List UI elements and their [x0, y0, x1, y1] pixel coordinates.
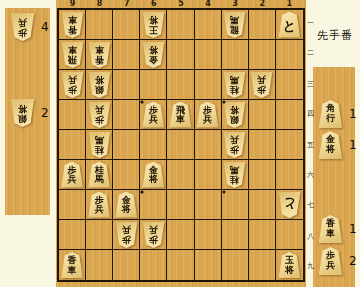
rank-label: 八	[307, 232, 314, 240]
cell-6b[interactable]: 金将	[140, 40, 167, 70]
cell-5b[interactable]	[167, 40, 194, 70]
cell-2i[interactable]	[249, 250, 276, 280]
piece-kanji: 王将	[149, 15, 158, 34]
cell-3a[interactable]: 龍馬	[222, 10, 249, 40]
piece-fu[interactable]: 歩兵	[88, 102, 111, 128]
piece-kanji: 桂馬	[95, 135, 104, 154]
file-label: 7	[124, 0, 130, 8]
piece-kei[interactable]: 桂馬	[88, 162, 111, 188]
piece-kanji: 香車	[68, 15, 77, 34]
rank-label: 七	[307, 201, 314, 209]
captured-count: 1	[349, 139, 357, 151]
piece-kei[interactable]: 桂馬	[223, 162, 246, 188]
piece-kin[interactable]: 金将	[142, 42, 165, 68]
piece-kin[interactable]: 金将	[115, 192, 138, 218]
cell-7i[interactable]	[113, 250, 140, 280]
piece-kin[interactable]: 金将	[142, 162, 165, 188]
piece-fu[interactable]: 歩兵	[318, 247, 343, 275]
cell-3g[interactable]	[222, 190, 249, 220]
rank-label: 一	[307, 19, 314, 27]
piece-fu[interactable]: 歩兵	[61, 162, 84, 188]
cell-3h[interactable]	[222, 220, 249, 250]
piece-fu[interactable]: 歩兵	[142, 222, 165, 248]
piece-fu[interactable]: 歩兵	[223, 132, 246, 158]
cell-9g[interactable]	[59, 190, 86, 220]
cell-1d[interactable]	[276, 100, 303, 130]
cell-8c[interactable]: 銀将	[86, 70, 113, 100]
cell-8d[interactable]: 歩兵	[86, 100, 113, 130]
piece-fu[interactable]: 歩兵	[250, 72, 273, 98]
cell-4g[interactable]	[195, 190, 222, 220]
cell-8h[interactable]	[86, 220, 113, 250]
cell-9d[interactable]	[59, 100, 86, 130]
piece-kanji: 飛車	[68, 45, 77, 64]
file-label: 2	[259, 0, 265, 8]
piece-kanji: 歩兵	[203, 106, 212, 125]
piece-kei[interactable]: 桂馬	[223, 72, 246, 98]
piece-kanji: 歩兵	[95, 105, 104, 124]
piece-gin[interactable]: 銀将	[88, 72, 111, 98]
cell-5c[interactable]	[167, 70, 194, 100]
piece-gin[interactable]: 銀将	[223, 102, 246, 128]
piece-kaku[interactable]: 角行	[318, 100, 343, 128]
cell-2c[interactable]: 歩兵	[249, 70, 276, 100]
cell-6a[interactable]: 王将	[140, 10, 167, 40]
cell-6f[interactable]: 金将	[140, 160, 167, 190]
cell-1g[interactable]: と	[276, 190, 303, 220]
cell-7b[interactable]	[113, 40, 140, 70]
cell-3d[interactable]: 銀将	[222, 100, 249, 130]
star-point	[222, 101, 225, 104]
cell-5d[interactable]: 飛車	[167, 100, 194, 130]
cell-7c[interactable]	[113, 70, 140, 100]
cell-3e[interactable]: 歩兵	[222, 130, 249, 160]
cell-9h[interactable]	[59, 220, 86, 250]
board-area: 987654321 香車王将龍馬と飛車香車金将歩兵銀将桂馬歩兵歩兵歩兵飛車歩兵銀…	[56, 0, 306, 287]
piece-kyo[interactable]: 香車	[61, 12, 84, 38]
cell-6g[interactable]	[140, 190, 167, 220]
piece-kanji: 香車	[68, 256, 77, 275]
cell-4i[interactable]	[195, 250, 222, 280]
cell-8a[interactable]	[86, 10, 113, 40]
piece-hisha[interactable]: 飛車	[169, 102, 192, 128]
file-label: 5	[178, 0, 184, 8]
cell-4e[interactable]	[195, 130, 222, 160]
piece-kanji: 歩兵	[149, 225, 158, 244]
cell-3i[interactable]	[222, 250, 249, 280]
piece-kanji: 歩兵	[257, 75, 266, 94]
piece-tokin[interactable]: と	[278, 192, 301, 218]
star-point	[141, 101, 144, 104]
cell-5i[interactable]	[167, 250, 194, 280]
cell-6c[interactable]	[140, 70, 167, 100]
piece-tokin[interactable]: と	[278, 12, 301, 38]
cell-1i[interactable]: 玉将	[276, 250, 303, 280]
piece-kanji: 金将	[326, 135, 335, 154]
cell-6i[interactable]	[140, 250, 167, 280]
piece-kanji: 歩兵	[95, 196, 104, 215]
star-point	[141, 191, 144, 194]
cell-3f[interactable]: 桂馬	[222, 160, 249, 190]
cell-2e[interactable]	[249, 130, 276, 160]
cell-7e[interactable]	[113, 130, 140, 160]
captured-group-gin: 銀将2	[10, 99, 49, 127]
piece-kanji: 歩兵	[68, 75, 77, 94]
piece-ou[interactable]: 王将	[142, 12, 165, 38]
piece-uma[interactable]: 龍馬	[223, 12, 246, 38]
cell-4d[interactable]: 歩兵	[195, 100, 222, 130]
cell-5f[interactable]	[167, 160, 194, 190]
piece-fu[interactable]: 歩兵	[115, 222, 138, 248]
cell-9a[interactable]: 香車	[59, 10, 86, 40]
piece-fu[interactable]: 歩兵	[10, 13, 35, 41]
cell-7h[interactable]: 歩兵	[113, 220, 140, 250]
cell-7g[interactable]: 金将	[113, 190, 140, 220]
piece-kanji: 歩兵	[326, 251, 335, 270]
cell-9c[interactable]: 歩兵	[59, 70, 86, 100]
file-label: 6	[151, 0, 157, 8]
piece-gin[interactable]: 銀将	[10, 99, 35, 127]
file-label: 8	[97, 0, 103, 8]
piece-kanji: 香車	[95, 45, 104, 64]
piece-fu[interactable]: 歩兵	[88, 192, 111, 218]
piece-gyoku[interactable]: 玉将	[278, 252, 301, 278]
cell-9f[interactable]: 歩兵	[59, 160, 86, 190]
turn-indicator: 先手番	[312, 28, 358, 43]
cell-2d[interactable]	[249, 100, 276, 130]
rank-label: 二	[307, 49, 314, 57]
file-label: 1	[287, 0, 293, 8]
cell-3c[interactable]: 桂馬	[222, 70, 249, 100]
cell-5e[interactable]	[167, 130, 194, 160]
cell-5h[interactable]	[167, 220, 194, 250]
piece-kanji: 桂馬	[230, 165, 239, 184]
cell-1h[interactable]	[276, 220, 303, 250]
cell-1f[interactable]	[276, 160, 303, 190]
cell-2f[interactable]	[249, 160, 276, 190]
piece-fu[interactable]: 歩兵	[61, 72, 84, 98]
piece-kanji: 金将	[122, 196, 131, 215]
piece-kanji: 銀将	[230, 105, 239, 124]
cell-8g[interactable]: 歩兵	[86, 190, 113, 220]
captured-group-kyo: 香車1	[318, 215, 357, 243]
cell-1b[interactable]	[276, 40, 303, 70]
cell-7f[interactable]	[113, 160, 140, 190]
gote-captured-stand: 歩兵4銀将2	[5, 8, 50, 215]
cell-1c[interactable]	[276, 70, 303, 100]
cell-9b[interactable]: 飛車	[59, 40, 86, 70]
piece-kanji: と	[283, 19, 296, 32]
file-labels: 987654321	[56, 0, 306, 8]
cell-4h[interactable]	[195, 220, 222, 250]
cell-2h[interactable]	[249, 220, 276, 250]
cell-4c[interactable]	[195, 70, 222, 100]
piece-kanji: 飛車	[176, 106, 185, 125]
piece-kanji: 玉将	[285, 256, 294, 275]
captured-count: 1	[349, 223, 357, 235]
captured-group-fu: 歩兵2	[318, 247, 357, 275]
cell-6h[interactable]: 歩兵	[140, 220, 167, 250]
rank-label: 四	[307, 110, 314, 118]
cell-4a[interactable]	[195, 10, 222, 40]
piece-kanji: 桂馬	[230, 75, 239, 94]
piece-kyo[interactable]: 香車	[61, 252, 84, 278]
cell-1e[interactable]	[276, 130, 303, 160]
piece-hisha[interactable]: 飛車	[61, 42, 84, 68]
cell-5g[interactable]	[167, 190, 194, 220]
cell-2a[interactable]	[249, 10, 276, 40]
captured-group-kaku: 角行1	[318, 100, 357, 128]
rank-label: 五	[307, 141, 314, 149]
piece-kyo[interactable]: 香車	[88, 42, 111, 68]
piece-kanji: と	[283, 198, 296, 211]
piece-fu[interactable]: 歩兵	[196, 102, 219, 128]
cell-1a[interactable]: と	[276, 10, 303, 40]
captured-count: 2	[349, 255, 357, 267]
cell-6e[interactable]	[140, 130, 167, 160]
cell-4f[interactable]	[195, 160, 222, 190]
file-label: 9	[70, 0, 76, 8]
captured-count: 4	[41, 21, 49, 33]
cell-2g[interactable]	[249, 190, 276, 220]
piece-kanji: 金将	[149, 166, 158, 185]
piece-kei[interactable]: 桂馬	[88, 132, 111, 158]
cell-7d[interactable]	[113, 100, 140, 130]
cell-6d[interactable]: 歩兵	[140, 100, 167, 130]
piece-kin[interactable]: 金将	[318, 131, 343, 159]
cell-4b[interactable]	[195, 40, 222, 70]
captured-group-kin: 金将1	[318, 131, 357, 159]
cell-5a[interactable]	[167, 10, 194, 40]
cell-7a[interactable]	[113, 10, 140, 40]
piece-kyo[interactable]: 香車	[318, 215, 343, 243]
shogi-board: 香車王将龍馬と飛車香車金将歩兵銀将桂馬歩兵歩兵歩兵飛車歩兵銀将桂馬歩兵歩兵桂馬金…	[57, 8, 305, 282]
cell-8f[interactable]: 桂馬	[86, 160, 113, 190]
piece-kanji: 銀将	[18, 104, 27, 123]
cell-8e[interactable]: 桂馬	[86, 130, 113, 160]
rank-label: 三	[307, 80, 314, 88]
piece-kanji: 歩兵	[149, 106, 158, 125]
cell-8i[interactable]	[86, 250, 113, 280]
piece-kanji: 歩兵	[68, 166, 77, 185]
piece-fu[interactable]: 歩兵	[142, 102, 165, 128]
captured-count: 1	[349, 108, 357, 120]
captured-group-fu: 歩兵4	[10, 13, 49, 41]
piece-kanji: 桂馬	[95, 166, 104, 185]
piece-kanji: 銀将	[95, 75, 104, 94]
piece-kanji: 歩兵	[18, 18, 27, 37]
cell-3b[interactable]	[222, 40, 249, 70]
captured-count: 2	[41, 107, 49, 119]
file-label: 3	[232, 0, 238, 8]
cell-8b[interactable]: 香車	[86, 40, 113, 70]
piece-kanji: 歩兵	[230, 135, 239, 154]
rank-label: 六	[307, 171, 314, 179]
cell-2b[interactable]	[249, 40, 276, 70]
rank-label: 九	[307, 262, 314, 270]
piece-kanji: 龍馬	[230, 15, 239, 34]
cell-9e[interactable]	[59, 130, 86, 160]
piece-kanji: 角行	[326, 104, 335, 123]
piece-kanji: 香車	[326, 219, 335, 238]
sente-captured-stand: 角行1金将1香車1歩兵2	[313, 67, 355, 287]
piece-kanji: 金将	[149, 45, 158, 64]
cell-9i[interactable]: 香車	[59, 250, 86, 280]
star-point	[222, 191, 225, 194]
file-label: 4	[205, 0, 211, 8]
piece-kanji: 歩兵	[122, 225, 131, 244]
